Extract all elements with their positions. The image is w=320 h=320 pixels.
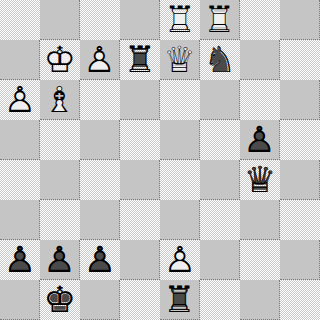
square-f1[interactable]: [200, 280, 240, 320]
black-pawn[interactable]: ♟♙: [40, 240, 79, 280]
piece-outline-glyph: ♙: [80, 40, 119, 80]
white-rook[interactable]: ♜♖: [200, 0, 239, 40]
square-e2[interactable]: ♟♙: [160, 240, 200, 280]
square-c8[interactable]: [80, 0, 120, 40]
square-f7[interactable]: ♞♘: [200, 40, 240, 80]
square-d3[interactable]: [120, 200, 160, 240]
square-b4[interactable]: [40, 160, 80, 200]
white-pawn[interactable]: ♟♙: [160, 240, 200, 280]
square-h3[interactable]: [280, 200, 320, 240]
piece-outline-glyph: ♘: [200, 40, 240, 80]
square-a2[interactable]: ♟♙: [0, 240, 40, 280]
square-h5[interactable]: [280, 120, 320, 160]
square-h7[interactable]: [280, 40, 320, 80]
square-h1[interactable]: [280, 280, 320, 320]
white-pawn[interactable]: ♟♙: [80, 40, 119, 80]
square-g7[interactable]: [240, 40, 280, 80]
piece-outline-glyph: ♔: [40, 280, 80, 320]
square-a4[interactable]: [0, 160, 40, 200]
square-c3[interactable]: [80, 200, 120, 240]
square-c4[interactable]: [80, 160, 120, 200]
piece-outline-glyph: ♗: [40, 80, 79, 120]
square-c5[interactable]: [80, 120, 120, 160]
square-c7[interactable]: ♟♙: [80, 40, 120, 80]
white-rook[interactable]: ♜♖: [160, 0, 200, 40]
square-d6[interactable]: [120, 80, 160, 120]
square-b5[interactable]: [40, 120, 80, 160]
square-b2[interactable]: ♟♙: [40, 240, 80, 280]
square-g4[interactable]: ♛♕: [240, 160, 280, 200]
piece-outline-glyph: ♙: [0, 240, 40, 280]
piece-outline-glyph: ♖: [120, 40, 160, 80]
square-a8[interactable]: [0, 0, 40, 40]
piece-outline-glyph: ♔: [40, 40, 80, 80]
white-king[interactable]: ♚♔: [40, 40, 80, 80]
square-c1[interactable]: [80, 280, 120, 320]
chess-board: ♜♖♜♖♚♔♟♙♜♖♛♕♞♘♟♙♝♗♟♙♛♕♟♙♟♙♟♙♟♙♚♔♜♖: [0, 0, 320, 320]
piece-outline-glyph: ♖: [160, 280, 199, 320]
square-a1[interactable]: [0, 280, 40, 320]
square-d8[interactable]: [120, 0, 160, 40]
black-king[interactable]: ♚♔: [40, 280, 80, 320]
square-b6[interactable]: ♝♗: [40, 80, 80, 120]
black-pawn[interactable]: ♟♙: [240, 120, 279, 160]
square-e6[interactable]: [160, 80, 200, 120]
square-f3[interactable]: [200, 200, 240, 240]
square-b1[interactable]: ♚♔: [40, 280, 80, 320]
piece-outline-glyph: ♖: [160, 0, 200, 40]
square-e4[interactable]: [160, 160, 200, 200]
square-f6[interactable]: [200, 80, 240, 120]
square-f5[interactable]: [200, 120, 240, 160]
square-a7[interactable]: [0, 40, 40, 80]
square-g5[interactable]: ♟♙: [240, 120, 280, 160]
square-b7[interactable]: ♚♔: [40, 40, 80, 80]
square-h8[interactable]: [280, 0, 320, 40]
black-queen[interactable]: ♛♕: [240, 160, 280, 200]
square-g1[interactable]: [240, 280, 280, 320]
square-g2[interactable]: [240, 240, 280, 280]
square-d1[interactable]: [120, 280, 160, 320]
square-e5[interactable]: [160, 120, 200, 160]
piece-outline-glyph: ♕: [240, 160, 280, 200]
square-e7[interactable]: ♛♕: [160, 40, 200, 80]
square-c6[interactable]: [80, 80, 120, 120]
square-e1[interactable]: ♜♖: [160, 280, 200, 320]
square-e8[interactable]: ♜♖: [160, 0, 200, 40]
black-pawn[interactable]: ♟♙: [0, 240, 40, 280]
square-d4[interactable]: [120, 160, 160, 200]
square-h6[interactable]: [280, 80, 320, 120]
square-f2[interactable]: [200, 240, 240, 280]
square-f4[interactable]: [200, 160, 240, 200]
black-knight[interactable]: ♞♘: [200, 40, 240, 80]
square-f8[interactable]: ♜♖: [200, 0, 240, 40]
black-rook[interactable]: ♜♖: [120, 40, 160, 80]
square-d2[interactable]: [120, 240, 160, 280]
square-a3[interactable]: [0, 200, 40, 240]
black-rook[interactable]: ♜♖: [160, 280, 199, 320]
square-g8[interactable]: [240, 0, 280, 40]
piece-outline-glyph: ♙: [0, 80, 40, 120]
piece-outline-glyph: ♙: [160, 240, 200, 280]
square-g6[interactable]: [240, 80, 280, 120]
square-a6[interactable]: ♟♙: [0, 80, 40, 120]
square-a5[interactable]: [0, 120, 40, 160]
piece-outline-glyph: ♙: [240, 120, 279, 160]
white-pawn[interactable]: ♟♙: [0, 80, 40, 120]
square-h2[interactable]: [280, 240, 320, 280]
white-bishop[interactable]: ♝♗: [40, 80, 79, 120]
square-g3[interactable]: [240, 200, 280, 240]
square-d5[interactable]: [120, 120, 160, 160]
square-b8[interactable]: [40, 0, 80, 40]
square-h4[interactable]: [280, 160, 320, 200]
piece-outline-glyph: ♙: [80, 240, 120, 280]
piece-outline-glyph: ♕: [160, 40, 199, 80]
piece-outline-glyph: ♙: [40, 240, 79, 280]
square-d7[interactable]: ♜♖: [120, 40, 160, 80]
piece-outline-glyph: ♖: [200, 0, 239, 40]
white-queen[interactable]: ♛♕: [160, 40, 199, 80]
black-pawn[interactable]: ♟♙: [80, 240, 120, 280]
square-c2[interactable]: ♟♙: [80, 240, 120, 280]
square-e3[interactable]: [160, 200, 200, 240]
square-b3[interactable]: [40, 200, 80, 240]
